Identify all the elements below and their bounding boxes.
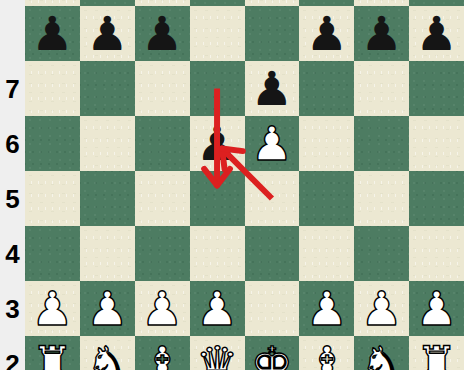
square-b4[interactable] bbox=[80, 171, 135, 226]
square-f4[interactable] bbox=[299, 171, 354, 226]
square-f3[interactable] bbox=[299, 226, 354, 281]
square-c4[interactable] bbox=[135, 171, 190, 226]
square-c1[interactable]: ♝ bbox=[135, 336, 190, 370]
square-e6[interactable]: ♟ bbox=[245, 61, 300, 116]
square-f7[interactable]: ♟ bbox=[299, 6, 354, 61]
square-h4[interactable] bbox=[409, 171, 464, 226]
square-h3[interactable] bbox=[409, 226, 464, 281]
square-e7[interactable] bbox=[245, 6, 300, 61]
piece-white-pawn-g2[interactable]: ♟ bbox=[361, 281, 403, 336]
chess-board-viewport: 7654321 ♟♟♟♟♟♟♟♟♟♟♟♟♟♟♟♟♜♞♝♛♚♝♞♜ bbox=[0, 0, 464, 370]
rank-label-4: 4 bbox=[0, 241, 25, 267]
rank-label-2: 2 bbox=[0, 351, 25, 370]
piece-white-knight-b1[interactable]: ♞ bbox=[86, 336, 128, 370]
rank-label-5: 5 bbox=[0, 186, 25, 212]
piece-black-pawn-h7[interactable]: ♟ bbox=[415, 6, 457, 61]
square-b1[interactable]: ♞ bbox=[80, 336, 135, 370]
piece-white-pawn-d2[interactable]: ♟ bbox=[196, 281, 238, 336]
square-d4[interactable] bbox=[190, 171, 245, 226]
square-g1[interactable]: ♞ bbox=[354, 336, 409, 370]
square-c6[interactable] bbox=[135, 61, 190, 116]
square-a5[interactable] bbox=[25, 116, 80, 171]
square-d2[interactable]: ♟ bbox=[190, 281, 245, 336]
square-g3[interactable] bbox=[354, 226, 409, 281]
piece-white-pawn-b2[interactable]: ♟ bbox=[86, 281, 128, 336]
piece-white-pawn-h2[interactable]: ♟ bbox=[415, 281, 457, 336]
square-b3[interactable] bbox=[80, 226, 135, 281]
square-e1[interactable]: ♚ bbox=[245, 336, 300, 370]
piece-white-rook-a1[interactable]: ♜ bbox=[31, 336, 73, 370]
square-b7[interactable]: ♟ bbox=[80, 6, 135, 61]
square-h5[interactable] bbox=[409, 116, 464, 171]
square-a1[interactable]: ♜ bbox=[25, 336, 80, 370]
piece-black-pawn-d5[interactable]: ♟ bbox=[196, 116, 238, 171]
piece-white-rook-h1[interactable]: ♜ bbox=[415, 336, 457, 370]
square-d6[interactable] bbox=[190, 61, 245, 116]
square-e4[interactable] bbox=[245, 171, 300, 226]
square-d1[interactable]: ♛ bbox=[190, 336, 245, 370]
square-c2[interactable]: ♟ bbox=[135, 281, 190, 336]
piece-white-bishop-f1[interactable]: ♝ bbox=[306, 336, 348, 370]
square-h2[interactable]: ♟ bbox=[409, 281, 464, 336]
square-g6[interactable] bbox=[354, 61, 409, 116]
square-h6[interactable] bbox=[409, 61, 464, 116]
piece-white-bishop-c1[interactable]: ♝ bbox=[141, 336, 183, 370]
square-a7[interactable]: ♟ bbox=[25, 6, 80, 61]
piece-white-pawn-a2[interactable]: ♟ bbox=[31, 281, 73, 336]
square-a4[interactable] bbox=[25, 171, 80, 226]
piece-black-pawn-c7[interactable]: ♟ bbox=[141, 6, 183, 61]
piece-black-pawn-e6[interactable]: ♟ bbox=[251, 61, 293, 116]
piece-black-pawn-f7[interactable]: ♟ bbox=[306, 6, 348, 61]
square-a3[interactable] bbox=[25, 226, 80, 281]
chess-board[interactable]: ♟♟♟♟♟♟♟♟♟♟♟♟♟♟♟♟♜♞♝♛♚♝♞♜ bbox=[25, 0, 464, 370]
square-e3[interactable] bbox=[245, 226, 300, 281]
square-g5[interactable] bbox=[354, 116, 409, 171]
square-c5[interactable] bbox=[135, 116, 190, 171]
square-c7[interactable]: ♟ bbox=[135, 6, 190, 61]
square-f6[interactable] bbox=[299, 61, 354, 116]
square-h1[interactable]: ♜ bbox=[409, 336, 464, 370]
piece-black-pawn-g7[interactable]: ♟ bbox=[361, 6, 403, 61]
square-c3[interactable] bbox=[135, 226, 190, 281]
piece-white-pawn-e5[interactable]: ♟ bbox=[251, 116, 293, 171]
piece-white-queen-d1[interactable]: ♛ bbox=[196, 336, 238, 370]
square-d7[interactable] bbox=[190, 6, 245, 61]
rank-label-3: 3 bbox=[0, 296, 25, 322]
rank-label-6: 6 bbox=[0, 131, 25, 157]
rank-label-gutter: 7654321 bbox=[0, 0, 25, 370]
piece-black-pawn-a7[interactable]: ♟ bbox=[31, 6, 73, 61]
square-e5[interactable]: ♟ bbox=[245, 116, 300, 171]
square-g4[interactable] bbox=[354, 171, 409, 226]
square-b5[interactable] bbox=[80, 116, 135, 171]
piece-white-knight-g1[interactable]: ♞ bbox=[361, 336, 403, 370]
rank-label-7: 7 bbox=[0, 76, 25, 102]
square-h7[interactable]: ♟ bbox=[409, 6, 464, 61]
piece-black-pawn-b7[interactable]: ♟ bbox=[86, 6, 128, 61]
square-f1[interactable]: ♝ bbox=[299, 336, 354, 370]
piece-white-king-e1[interactable]: ♚ bbox=[251, 336, 293, 370]
square-g2[interactable]: ♟ bbox=[354, 281, 409, 336]
square-d5[interactable]: ♟ bbox=[190, 116, 245, 171]
square-e2[interactable] bbox=[245, 281, 300, 336]
square-f5[interactable] bbox=[299, 116, 354, 171]
piece-white-pawn-c2[interactable]: ♟ bbox=[141, 281, 183, 336]
square-b2[interactable]: ♟ bbox=[80, 281, 135, 336]
square-a6[interactable] bbox=[25, 61, 80, 116]
piece-white-pawn-f2[interactable]: ♟ bbox=[306, 281, 348, 336]
square-g7[interactable]: ♟ bbox=[354, 6, 409, 61]
square-a2[interactable]: ♟ bbox=[25, 281, 80, 336]
square-d3[interactable] bbox=[190, 226, 245, 281]
square-b6[interactable] bbox=[80, 61, 135, 116]
square-f2[interactable]: ♟ bbox=[299, 281, 354, 336]
